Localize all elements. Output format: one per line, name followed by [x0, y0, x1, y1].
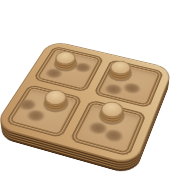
- compartment-back-right[interactable]: [93, 59, 164, 108]
- treat-recess: [15, 97, 40, 113]
- treat-recess: [120, 81, 143, 96]
- photo-scene: [0, 0, 176, 176]
- compartment-front-right[interactable]: [69, 100, 146, 157]
- compartment-back-left[interactable]: [33, 46, 104, 93]
- treat-recess: [102, 82, 125, 97]
- compartment-front-left[interactable]: [5, 84, 83, 138]
- peg-back-right[interactable]: [108, 65, 133, 82]
- peg-front-left[interactable]: [42, 94, 70, 113]
- board-top-face: [0, 40, 173, 166]
- puzzle-board: [0, 40, 173, 166]
- treat-recess: [101, 127, 126, 145]
- product-photo-canvas: { "game": "wooden four-compartment peg p…: [0, 0, 176, 176]
- treat-recess: [23, 108, 48, 125]
